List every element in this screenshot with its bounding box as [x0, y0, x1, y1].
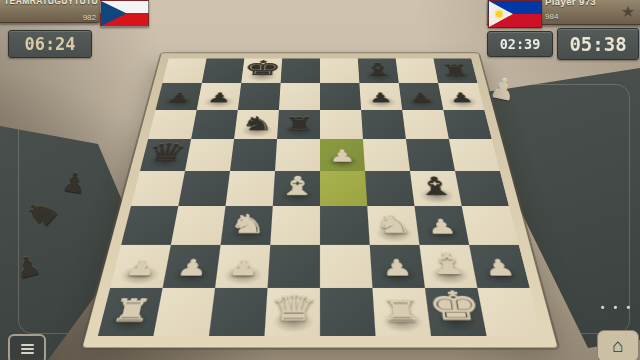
star-icon: ★ [621, 2, 635, 21]
square-h1[interactable] [477, 288, 542, 336]
square-b1[interactable] [153, 288, 215, 336]
square-b4[interactable] [178, 171, 230, 206]
game-scene: ♟♞♟♟ ♚♝♜♟♟♟♟♟♞♜♛♟♝♝♞♞♟♟♟♟♟♝♟♜♛♜♚ TEAMRAT… [0, 0, 640, 360]
square-a8[interactable] [162, 59, 206, 84]
player-right-rating: 984 [545, 12, 558, 21]
square-a6[interactable] [148, 110, 197, 139]
square-d8[interactable] [281, 59, 320, 84]
player-bar-left: TEAMRATUGUYTUTU 982 [0, 0, 100, 23]
menu-dots-button[interactable]: • • • [597, 298, 637, 316]
square-h5[interactable] [449, 139, 500, 171]
clock-right-time: 05:38 [569, 33, 626, 55]
square-h4[interactable] [455, 171, 509, 206]
square-d3[interactable] [270, 206, 320, 245]
square-h3[interactable] [462, 206, 519, 245]
piece-shadow [240, 124, 273, 137]
square-g5[interactable] [406, 139, 455, 171]
square-b8[interactable] [202, 59, 245, 84]
square-e7[interactable] [320, 83, 361, 110]
square-c5[interactable] [230, 139, 277, 171]
square-f2[interactable] [370, 245, 425, 288]
square-b3[interactable] [171, 206, 226, 245]
square-a3[interactable] [121, 206, 178, 245]
square-h2[interactable] [469, 245, 530, 288]
square-e6[interactable] [320, 110, 363, 139]
square-g2[interactable] [419, 245, 477, 288]
piece-shadow [363, 70, 393, 81]
square-g8[interactable] [396, 59, 439, 84]
player-right-name: Player 973 [545, 0, 596, 7]
clock-right-secondary-time: 02:39 [500, 36, 541, 52]
square-b5[interactable] [185, 139, 234, 171]
square-e8[interactable] [320, 59, 359, 84]
square-a2[interactable] [110, 245, 171, 288]
square-b6[interactable] [191, 110, 238, 139]
chess-board[interactable]: ♚♝♜♟♟♟♟♟♞♜♛♟♝♝♞♞♟♟♟♟♟♝♟♜♛♜♚ [82, 53, 557, 347]
square-e2[interactable] [320, 245, 372, 288]
square-g4[interactable] [410, 171, 462, 206]
square-c1[interactable] [209, 288, 268, 336]
square-e4[interactable] [320, 171, 367, 206]
piece-shadow [325, 154, 359, 168]
square-d2[interactable] [268, 245, 320, 288]
square-f6[interactable] [361, 110, 406, 139]
square-e1[interactable] [320, 288, 376, 336]
square-a1[interactable] [98, 288, 163, 336]
player-left-rating: 982 [83, 13, 96, 22]
square-b2[interactable] [163, 245, 221, 288]
captured-black-pawn: ♟ [60, 168, 88, 198]
square-c7[interactable] [238, 83, 281, 110]
clock-left-player: 06:24 [8, 30, 92, 58]
square-g6[interactable] [402, 110, 449, 139]
philippines-flag-icon [488, 0, 542, 28]
square-g3[interactable] [414, 206, 469, 245]
list-icon [21, 344, 34, 346]
square-d7[interactable] [279, 83, 320, 110]
square-g1[interactable] [425, 288, 487, 336]
square-d1[interactable] [264, 288, 320, 336]
square-f4[interactable] [365, 171, 414, 206]
square-c3[interactable] [221, 206, 273, 245]
square-a4[interactable] [131, 171, 185, 206]
square-d4[interactable] [273, 171, 320, 206]
piece-shadow [282, 124, 314, 137]
home-icon: ⌂ [612, 335, 623, 357]
square-d5[interactable] [275, 139, 320, 171]
square-f3[interactable] [367, 206, 419, 245]
square-c4[interactable] [226, 171, 275, 206]
clock-left-time: 06:24 [24, 34, 75, 54]
clock-right-player: 05:38 [557, 28, 639, 60]
piece-shadow [246, 70, 276, 81]
home-button[interactable]: ⌂ [597, 330, 639, 360]
clock-right-secondary: 02:39 [487, 31, 553, 57]
square-c2[interactable] [215, 245, 270, 288]
czech-flag-icon [100, 0, 149, 27]
square-e3[interactable] [320, 206, 370, 245]
moves-list-button[interactable] [8, 334, 46, 360]
square-f5[interactable] [363, 139, 410, 171]
piece-shadow [365, 96, 397, 108]
square-h6[interactable] [443, 110, 492, 139]
square-f1[interactable] [372, 288, 431, 336]
player-left-name: TEAMRATUGUYTUTU [4, 0, 98, 6]
